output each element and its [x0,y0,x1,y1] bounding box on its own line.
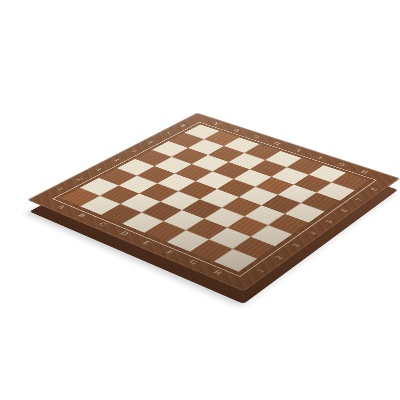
square-h4 [269,214,309,234]
square-e1 [144,222,185,242]
square-f4 [222,197,261,216]
square-d3 [161,191,200,209]
square-h6 [302,193,340,212]
square-e3 [182,200,221,219]
square-h2 [233,237,275,259]
square-e4 [200,189,238,207]
square-g2 [209,228,250,249]
square-g3 [228,217,268,237]
square-g4 [245,206,284,225]
square-d1 [122,213,162,233]
square-a1 [60,188,99,206]
rank-labels-right: 87654321 [244,182,387,280]
square-g1 [190,240,232,262]
square-h3 [251,225,292,246]
square-h5 [285,203,324,222]
square-h1 [214,249,256,271]
chessboard-3d: ABCDEFGH ABCDEFGH 87654321 87654321 [28,113,399,291]
board-squares [60,125,369,272]
square-f5 [239,187,277,205]
square-f2 [186,219,227,239]
square-g5 [262,195,301,214]
coord-rank-1-left: 1 [45,182,75,197]
chess-board: ABCDEFGH ABCDEFGH 87654321 87654321 [28,113,399,291]
square-f3 [205,208,245,228]
square-c1 [101,204,141,223]
square-d2 [142,202,182,221]
square-e2 [164,210,204,230]
square-f1 [167,231,208,252]
square-c2 [121,194,160,213]
square-b1 [80,196,119,215]
file-labels-bottom: ABCDEFGH [46,200,236,282]
product-photo: ABCDEFGH ABCDEFGH 87654321 87654321 [0,0,400,400]
